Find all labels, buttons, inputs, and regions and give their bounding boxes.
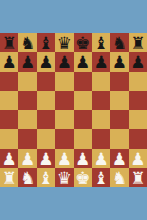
square-g8[interactable]: ♞ (110, 33, 128, 52)
chess-board: ♜♞♝♛♚♝♞♜♟♟♟♟♟♟♟♟♟♟♟♟♟♟♟♟♜♞♝♛♚♝♞♜ (0, 33, 147, 187)
piece-white-pawn[interactable]: ♟ (38, 150, 53, 167)
piece-white-king[interactable]: ♚ (75, 169, 90, 186)
piece-white-knight[interactable]: ♞ (20, 169, 35, 186)
square-b1[interactable]: ♞ (18, 168, 36, 187)
piece-black-rook[interactable]: ♜ (2, 35, 17, 52)
square-c5[interactable] (37, 91, 55, 110)
square-e6[interactable] (74, 72, 92, 91)
piece-black-king[interactable]: ♚ (75, 35, 90, 52)
piece-black-queen[interactable]: ♛ (57, 35, 72, 52)
piece-black-pawn[interactable]: ♟ (57, 54, 72, 71)
square-f2[interactable]: ♟ (92, 149, 110, 168)
square-g4[interactable] (110, 110, 128, 129)
square-g7[interactable]: ♟ (110, 52, 128, 71)
square-e7[interactable]: ♟ (74, 52, 92, 71)
square-g1[interactable]: ♞ (110, 168, 128, 187)
square-d8[interactable]: ♛ (55, 33, 73, 52)
piece-white-knight[interactable]: ♞ (112, 169, 127, 186)
square-e4[interactable] (74, 110, 92, 129)
square-d6[interactable] (55, 72, 73, 91)
square-h1[interactable]: ♜ (129, 168, 147, 187)
square-h5[interactable] (129, 91, 147, 110)
piece-white-bishop[interactable]: ♝ (93, 169, 108, 186)
piece-white-pawn[interactable]: ♟ (130, 150, 145, 167)
piece-white-pawn[interactable]: ♟ (93, 150, 108, 167)
piece-white-pawn[interactable]: ♟ (75, 150, 90, 167)
square-g6[interactable] (110, 72, 128, 91)
square-a7[interactable]: ♟ (0, 52, 18, 71)
square-e2[interactable]: ♟ (74, 149, 92, 168)
piece-black-pawn[interactable]: ♟ (112, 54, 127, 71)
square-g5[interactable] (110, 91, 128, 110)
square-c3[interactable] (37, 129, 55, 148)
square-h8[interactable]: ♜ (129, 33, 147, 52)
square-h6[interactable] (129, 72, 147, 91)
square-b8[interactable]: ♞ (18, 33, 36, 52)
piece-white-pawn[interactable]: ♟ (20, 150, 35, 167)
piece-white-queen[interactable]: ♛ (57, 169, 72, 186)
square-a1[interactable]: ♜ (0, 168, 18, 187)
square-c7[interactable]: ♟ (37, 52, 55, 71)
square-a4[interactable] (0, 110, 18, 129)
square-a8[interactable]: ♜ (0, 33, 18, 52)
square-c4[interactable] (37, 110, 55, 129)
piece-black-knight[interactable]: ♞ (112, 35, 127, 52)
piece-black-bishop[interactable]: ♝ (38, 35, 53, 52)
square-d7[interactable]: ♟ (55, 52, 73, 71)
square-d5[interactable] (55, 91, 73, 110)
square-b3[interactable] (18, 129, 36, 148)
piece-white-pawn[interactable]: ♟ (57, 150, 72, 167)
square-f5[interactable] (92, 91, 110, 110)
square-h2[interactable]: ♟ (129, 149, 147, 168)
piece-black-pawn[interactable]: ♟ (75, 54, 90, 71)
square-f4[interactable] (92, 110, 110, 129)
piece-black-knight[interactable]: ♞ (20, 35, 35, 52)
square-b5[interactable] (18, 91, 36, 110)
square-f3[interactable] (92, 129, 110, 148)
piece-white-rook[interactable]: ♜ (2, 169, 17, 186)
square-c8[interactable]: ♝ (37, 33, 55, 52)
square-c1[interactable]: ♝ (37, 168, 55, 187)
square-a6[interactable] (0, 72, 18, 91)
square-g2[interactable]: ♟ (110, 149, 128, 168)
square-b4[interactable] (18, 110, 36, 129)
square-b7[interactable]: ♟ (18, 52, 36, 71)
square-f7[interactable]: ♟ (92, 52, 110, 71)
square-e5[interactable] (74, 91, 92, 110)
square-d1[interactable]: ♛ (55, 168, 73, 187)
square-h3[interactable] (129, 129, 147, 148)
piece-black-pawn[interactable]: ♟ (130, 54, 145, 71)
square-e1[interactable]: ♚ (74, 168, 92, 187)
square-f8[interactable]: ♝ (92, 33, 110, 52)
square-g3[interactable] (110, 129, 128, 148)
square-h4[interactable] (129, 110, 147, 129)
square-e3[interactable] (74, 129, 92, 148)
piece-black-pawn[interactable]: ♟ (2, 54, 17, 71)
app-background: ♜♞♝♛♚♝♞♜♟♟♟♟♟♟♟♟♟♟♟♟♟♟♟♟♜♞♝♛♚♝♞♜ (0, 0, 147, 220)
piece-black-rook[interactable]: ♜ (130, 35, 145, 52)
square-d4[interactable] (55, 110, 73, 129)
piece-black-pawn[interactable]: ♟ (38, 54, 53, 71)
square-b6[interactable] (18, 72, 36, 91)
square-h7[interactable]: ♟ (129, 52, 147, 71)
piece-black-pawn[interactable]: ♟ (93, 54, 108, 71)
square-e8[interactable]: ♚ (74, 33, 92, 52)
square-f1[interactable]: ♝ (92, 168, 110, 187)
piece-white-bishop[interactable]: ♝ (38, 169, 53, 186)
piece-white-rook[interactable]: ♜ (130, 169, 145, 186)
square-c2[interactable]: ♟ (37, 149, 55, 168)
square-d2[interactable]: ♟ (55, 149, 73, 168)
piece-black-pawn[interactable]: ♟ (20, 54, 35, 71)
square-d3[interactable] (55, 129, 73, 148)
square-c6[interactable] (37, 72, 55, 91)
piece-white-pawn[interactable]: ♟ (112, 150, 127, 167)
piece-black-bishop[interactable]: ♝ (93, 35, 108, 52)
square-b2[interactable]: ♟ (18, 149, 36, 168)
square-a5[interactable] (0, 91, 18, 110)
square-f6[interactable] (92, 72, 110, 91)
square-a3[interactable] (0, 129, 18, 148)
square-a2[interactable]: ♟ (0, 149, 18, 168)
piece-white-pawn[interactable]: ♟ (2, 150, 17, 167)
